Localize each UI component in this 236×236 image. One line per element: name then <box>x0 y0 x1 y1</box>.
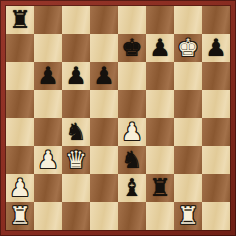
square-b1[interactable] <box>34 202 62 230</box>
square-d4[interactable] <box>90 118 118 146</box>
square-g8[interactable] <box>174 6 202 34</box>
square-d2[interactable] <box>90 174 118 202</box>
piece-black-knight[interactable]: ♞ <box>118 146 146 174</box>
piece-white-pawn[interactable]: ♟ <box>34 146 62 174</box>
square-a3[interactable] <box>6 146 34 174</box>
square-g4[interactable] <box>174 118 202 146</box>
square-h4[interactable] <box>202 118 230 146</box>
piece-black-rook[interactable]: ♜ <box>6 6 34 34</box>
square-g1[interactable]: ♜ <box>174 202 202 230</box>
square-g3[interactable] <box>174 146 202 174</box>
square-d1[interactable] <box>90 202 118 230</box>
square-f7[interactable]: ♟ <box>146 34 174 62</box>
square-h7[interactable]: ♟ <box>202 34 230 62</box>
square-c8[interactable] <box>62 6 90 34</box>
piece-white-pawn[interactable]: ♟ <box>118 118 146 146</box>
square-c6[interactable]: ♟ <box>62 62 90 90</box>
board-frame: ♜♚♟♚♟♟♟♟♞♟♟♛♞♟♝♜♜♜ <box>0 0 236 236</box>
square-c5[interactable] <box>62 90 90 118</box>
square-h3[interactable] <box>202 146 230 174</box>
square-a2[interactable]: ♟ <box>6 174 34 202</box>
square-b8[interactable] <box>34 6 62 34</box>
piece-white-king[interactable]: ♚ <box>174 34 202 62</box>
square-e6[interactable] <box>118 62 146 90</box>
square-d6[interactable]: ♟ <box>90 62 118 90</box>
square-g7[interactable]: ♚ <box>174 34 202 62</box>
square-h8[interactable] <box>202 6 230 34</box>
square-e1[interactable] <box>118 202 146 230</box>
square-e2[interactable]: ♝ <box>118 174 146 202</box>
square-e8[interactable] <box>118 6 146 34</box>
piece-black-king[interactable]: ♚ <box>118 34 146 62</box>
square-a7[interactable] <box>6 34 34 62</box>
square-g6[interactable] <box>174 62 202 90</box>
square-a4[interactable] <box>6 118 34 146</box>
piece-black-pawn[interactable]: ♟ <box>146 34 174 62</box>
piece-white-rook[interactable]: ♜ <box>174 202 202 230</box>
square-a8[interactable]: ♜ <box>6 6 34 34</box>
square-a5[interactable] <box>6 90 34 118</box>
piece-black-bishop[interactable]: ♝ <box>118 174 146 202</box>
square-e7[interactable]: ♚ <box>118 34 146 62</box>
square-f4[interactable] <box>146 118 174 146</box>
square-b7[interactable] <box>34 34 62 62</box>
square-g5[interactable] <box>174 90 202 118</box>
square-c1[interactable] <box>62 202 90 230</box>
square-d7[interactable] <box>90 34 118 62</box>
square-f5[interactable] <box>146 90 174 118</box>
square-g2[interactable] <box>174 174 202 202</box>
square-b2[interactable] <box>34 174 62 202</box>
square-a1[interactable]: ♜ <box>6 202 34 230</box>
square-b5[interactable] <box>34 90 62 118</box>
square-f8[interactable] <box>146 6 174 34</box>
square-c7[interactable] <box>62 34 90 62</box>
square-c2[interactable] <box>62 174 90 202</box>
square-c4[interactable]: ♞ <box>62 118 90 146</box>
square-b6[interactable]: ♟ <box>34 62 62 90</box>
piece-white-pawn[interactable]: ♟ <box>6 174 34 202</box>
square-e4[interactable]: ♟ <box>118 118 146 146</box>
piece-black-pawn[interactable]: ♟ <box>62 62 90 90</box>
piece-black-pawn[interactable]: ♟ <box>34 62 62 90</box>
square-b3[interactable]: ♟ <box>34 146 62 174</box>
square-d5[interactable] <box>90 90 118 118</box>
piece-black-pawn[interactable]: ♟ <box>202 34 230 62</box>
square-b4[interactable] <box>34 118 62 146</box>
square-h2[interactable] <box>202 174 230 202</box>
piece-black-knight[interactable]: ♞ <box>62 118 90 146</box>
square-d3[interactable] <box>90 146 118 174</box>
piece-black-rook[interactable]: ♜ <box>146 174 174 202</box>
square-a6[interactable] <box>6 62 34 90</box>
square-h5[interactable] <box>202 90 230 118</box>
piece-white-rook[interactable]: ♜ <box>6 202 34 230</box>
square-h1[interactable] <box>202 202 230 230</box>
square-e3[interactable]: ♞ <box>118 146 146 174</box>
piece-white-queen[interactable]: ♛ <box>62 146 90 174</box>
square-f1[interactable] <box>146 202 174 230</box>
piece-black-pawn[interactable]: ♟ <box>90 62 118 90</box>
square-h6[interactable] <box>202 62 230 90</box>
square-e5[interactable] <box>118 90 146 118</box>
square-c3[interactable]: ♛ <box>62 146 90 174</box>
square-f2[interactable]: ♜ <box>146 174 174 202</box>
square-d8[interactable] <box>90 6 118 34</box>
square-f3[interactable] <box>146 146 174 174</box>
square-f6[interactable] <box>146 62 174 90</box>
chess-board: ♜♚♟♚♟♟♟♟♞♟♟♛♞♟♝♜♜♜ <box>6 6 230 230</box>
